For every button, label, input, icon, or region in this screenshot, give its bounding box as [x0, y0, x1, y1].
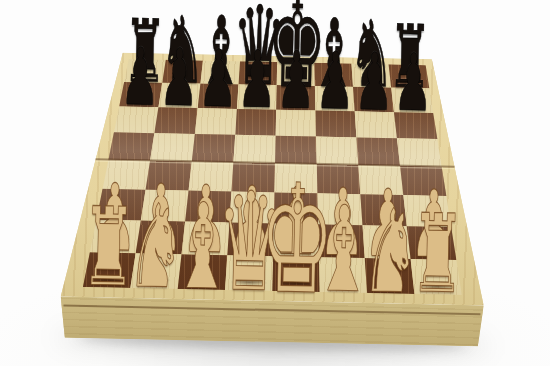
board-tilt-wrapper: ♜♞♝♛♚♝♞♜♟♟♟♟♟♟♟♟♟♟♟♟♟♟♟♟♜♞♝♛♚♝♞♜	[0, 0, 550, 366]
piece-black-pawn[interactable]: ♟	[371, 43, 455, 123]
board-pieces-layer: ♜♞♝♛♚♝♞♜♟♟♟♟♟♟♟♟♟♟♟♟♟♟♟♟♜♞♝♛♚♝♞♜	[0, 0, 550, 366]
chess-photo-scene: ♜♞♝♛♚♝♞♜♟♟♟♟♟♟♟♟♟♟♟♟♟♟♟♟♜♞♝♛♚♝♞♜	[0, 0, 550, 366]
piece-white-rook[interactable]: ♜	[395, 200, 480, 310]
